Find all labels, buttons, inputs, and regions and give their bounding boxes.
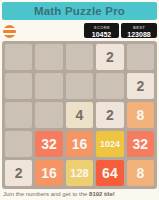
tile-2-r5c1: 2 xyxy=(5,160,32,186)
footer-text: Join the numbers and get to the xyxy=(3,191,89,197)
empty-cell-r2c3 xyxy=(66,73,93,99)
title-bar: Math Puzzle Pro xyxy=(2,2,157,20)
tile-32-r4c2: 32 xyxy=(35,131,62,157)
tile-1024-r4c4: 1024 xyxy=(96,131,123,157)
tile-8-r3c5: 8 xyxy=(127,102,154,128)
tile-2-r3c4: 2 xyxy=(96,102,123,128)
page-title: Math Puzzle Pro xyxy=(34,5,125,17)
tile-16-r4c3: 16 xyxy=(66,131,93,157)
empty-cell-r1c5 xyxy=(127,44,154,70)
app-window: Math Puzzle Pro SCORE 10452 BEST 123088 … xyxy=(0,0,159,200)
best-value: 123088 xyxy=(127,31,150,38)
tile-64-r5c4: 64 xyxy=(96,160,123,186)
empty-cell-r1c3 xyxy=(66,44,93,70)
score-label: SCORE xyxy=(93,25,109,29)
hamburger-menu-icon[interactable] xyxy=(3,25,16,38)
tile-4-r3c3: 4 xyxy=(66,102,93,128)
footer-goal-text: 8192 tile! xyxy=(89,191,115,197)
empty-cell-r1c2 xyxy=(35,44,62,70)
board[interactable]: 224283216102432216128648 xyxy=(2,41,157,189)
score-box: SCORE 10452 xyxy=(84,23,119,38)
empty-cell-r2c1 xyxy=(5,73,32,99)
tile-8-r5c5: 8 xyxy=(127,160,154,186)
empty-cell-r3c1 xyxy=(5,102,32,128)
empty-cell-r2c2 xyxy=(35,73,62,99)
tile-2-r1c4: 2 xyxy=(96,44,123,70)
best-box: BEST 123088 xyxy=(121,23,157,38)
footer-instruction: Join the numbers and get to the 8192 til… xyxy=(3,191,156,197)
empty-cell-r4c1 xyxy=(5,131,32,157)
tile-32-r4c5: 32 xyxy=(127,131,154,157)
score-value: 10452 xyxy=(92,31,111,38)
empty-cell-r2c4 xyxy=(96,73,123,99)
best-label: BEST xyxy=(133,25,145,29)
tile-128-r5c3: 128 xyxy=(66,160,93,186)
empty-cell-r3c2 xyxy=(35,102,62,128)
empty-cell-r1c1 xyxy=(5,44,32,70)
tile-2-r2c5: 2 xyxy=(127,73,154,99)
tile-16-r5c2: 16 xyxy=(35,160,62,186)
